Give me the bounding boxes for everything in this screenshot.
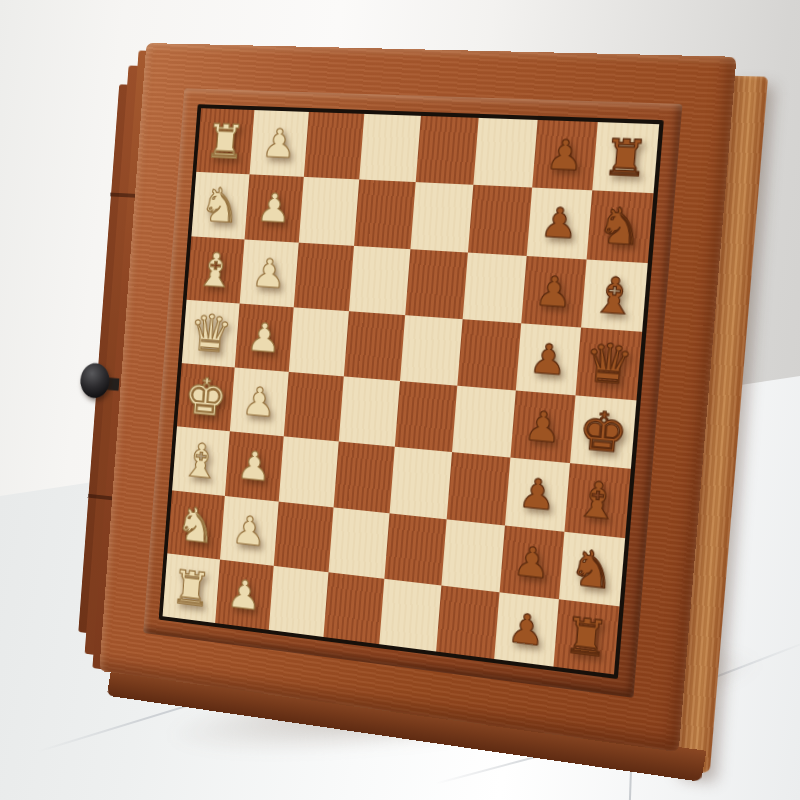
- square-h3: [269, 566, 329, 637]
- square-a5: [416, 116, 479, 185]
- black-knight-b8: ♞: [595, 200, 645, 252]
- square-f3: [279, 437, 339, 507]
- chess-box: ♜♟♟♜♞♟♟♞♝♟♟♝♛♟♟♛♚♟♟♚♝♟♟♝♞♟♟♞♜♟♟♜: [99, 43, 736, 752]
- white-pawn-e2: ♟: [241, 381, 277, 423]
- white-queen-d1: ♛: [187, 307, 233, 360]
- square-c7: ♟: [521, 255, 586, 327]
- black-pawn-c7: ♟: [534, 270, 574, 313]
- square-c6: [463, 252, 527, 323]
- square-h8: ♜: [553, 599, 619, 674]
- black-bishop-f8: ♝: [573, 473, 622, 527]
- square-f4: [334, 442, 395, 513]
- square-f1: ♝: [172, 427, 230, 496]
- square-d6: [457, 319, 521, 391]
- square-a7: ♟: [532, 120, 598, 191]
- white-pawn-c2: ♟: [251, 252, 287, 293]
- square-h5: [379, 579, 441, 652]
- square-h2: ♟: [215, 559, 274, 630]
- square-c4: [349, 245, 411, 315]
- square-g1: ♞: [167, 490, 225, 559]
- square-e5: [395, 381, 458, 452]
- square-e2: ♟: [230, 367, 289, 436]
- scene: ♜♟♟♜♞♟♟♞♝♟♟♝♛♟♟♛♚♟♟♚♝♟♟♝♞♟♟♞♜♟♟♜: [0, 0, 800, 800]
- square-e1: ♚: [177, 363, 235, 431]
- square-e8: ♚: [570, 395, 636, 469]
- square-f6: [447, 452, 511, 525]
- white-pawn-d2: ♟: [246, 317, 282, 358]
- square-c3: [294, 242, 354, 311]
- square-c2: ♟: [240, 239, 299, 307]
- black-pawn-g7: ♟: [512, 540, 552, 585]
- black-rook-a8: ♜: [601, 132, 651, 184]
- square-a4: [359, 114, 421, 182]
- square-c5: [405, 249, 468, 319]
- black-knight-g8: ♞: [567, 541, 616, 595]
- white-pawn-a2: ♟: [261, 123, 298, 164]
- square-h7: ♟: [494, 592, 559, 667]
- square-b1: ♞: [191, 172, 249, 239]
- square-g2: ♟: [220, 495, 279, 565]
- square-c1: ♝: [187, 236, 245, 303]
- square-b2: ♟: [245, 175, 304, 243]
- square-e4: [339, 376, 400, 447]
- square-d8: ♛: [576, 327, 643, 400]
- black-pawn-f7: ♟: [517, 472, 557, 516]
- black-king-e8: ♚: [577, 403, 630, 461]
- black-queen-d8: ♛: [582, 335, 635, 392]
- white-bishop-c1: ♝: [194, 245, 237, 294]
- square-g7: ♟: [500, 525, 565, 599]
- white-rook-h1: ♜: [170, 563, 213, 614]
- square-b4: [354, 180, 416, 249]
- white-rook-a1: ♜: [204, 117, 247, 165]
- square-g8: ♞: [559, 531, 625, 606]
- black-bishop-c8: ♝: [590, 269, 639, 322]
- square-b6: [468, 185, 532, 255]
- square-h1: ♜: [163, 553, 220, 623]
- white-pawn-f2: ♟: [236, 445, 272, 487]
- square-e6: [452, 386, 516, 458]
- square-e3: [284, 372, 344, 442]
- square-d3: [289, 307, 349, 376]
- square-g3: [274, 501, 334, 572]
- white-knight-b1: ♞: [199, 181, 242, 230]
- square-e7: ♟: [510, 390, 575, 463]
- square-g4: [329, 507, 390, 579]
- square-d4: [344, 311, 405, 381]
- square-g5: [384, 513, 446, 585]
- black-pawn-d7: ♟: [528, 337, 568, 381]
- square-d1: ♛: [182, 300, 240, 368]
- white-bishop-f1: ♝: [180, 436, 223, 486]
- square-a6: [473, 118, 537, 188]
- white-pawn-g2: ♟: [231, 509, 267, 551]
- square-b3: [299, 177, 359, 245]
- square-b7: ♟: [527, 188, 593, 259]
- white-king-e1: ♚: [183, 370, 229, 424]
- square-c8: ♝: [581, 259, 648, 332]
- black-rook-h8: ♜: [562, 609, 611, 664]
- square-b5: [410, 182, 473, 252]
- black-pawn-b7: ♟: [539, 202, 579, 245]
- square-f5: [390, 447, 452, 519]
- square-f7: ♟: [505, 458, 570, 531]
- square-f2: ♟: [225, 432, 284, 502]
- square-a1: ♜: [196, 108, 254, 174]
- square-d5: [400, 315, 463, 386]
- square-d2: ♟: [235, 303, 294, 372]
- black-pawn-a7: ♟: [545, 134, 585, 177]
- square-b8: ♞: [587, 191, 654, 263]
- square-a2: ♟: [250, 110, 309, 177]
- square-f8: ♝: [564, 463, 630, 537]
- square-a3: [304, 112, 365, 180]
- square-h4: [323, 572, 384, 644]
- square-g6: [441, 519, 505, 592]
- square-a8: ♜: [592, 122, 659, 193]
- white-pawn-b2: ♟: [256, 188, 293, 229]
- chess-board: ♜♟♟♜♞♟♟♞♝♟♟♝♛♟♟♛♚♟♟♚♝♟♟♝♞♟♟♞♜♟♟♜: [163, 108, 660, 674]
- white-pawn-h2: ♟: [226, 573, 262, 616]
- square-d7: ♟: [516, 323, 581, 395]
- square-h6: [436, 585, 499, 659]
- board-frame: ♜♟♟♜♞♟♟♞♝♟♟♝♛♟♟♛♚♟♟♚♝♟♟♝♞♟♟♞♜♟♟♜: [99, 43, 736, 752]
- black-pawn-h7: ♟: [506, 607, 546, 652]
- white-knight-g1: ♞: [175, 499, 218, 549]
- black-pawn-e7: ♟: [523, 405, 563, 449]
